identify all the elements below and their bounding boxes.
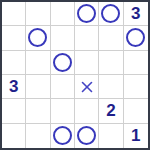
mine-circle-icon xyxy=(77,4,96,23)
cell-r2c2[interactable] xyxy=(26,26,50,50)
cell-r2c6[interactable] xyxy=(124,26,148,50)
cell-r5c2[interactable] xyxy=(26,99,50,123)
cell-r5c1[interactable] xyxy=(2,99,26,123)
cell-r4c2[interactable] xyxy=(26,75,50,99)
cell-r1c5[interactable] xyxy=(99,2,123,26)
mine-circle-icon xyxy=(101,4,120,23)
cell-r2c4[interactable] xyxy=(75,26,99,50)
cell-r4c6[interactable] xyxy=(124,75,148,99)
cell-r1c1[interactable] xyxy=(2,2,26,26)
cell-r6c5[interactable] xyxy=(99,124,123,148)
mine-circle-icon xyxy=(53,53,72,72)
cell-r1c3[interactable] xyxy=(51,2,75,26)
cell-r6c1[interactable] xyxy=(2,124,26,148)
cell-r6c3[interactable] xyxy=(51,124,75,148)
cell-r4c4[interactable] xyxy=(75,75,99,99)
mine-circle-icon xyxy=(28,28,47,47)
cell-r3c4[interactable] xyxy=(75,51,99,75)
clue-number: 2 xyxy=(106,102,115,119)
puzzle-board: 3321 xyxy=(0,0,150,150)
cell-r5c5[interactable]: 2 xyxy=(99,99,123,123)
cell-r1c4[interactable] xyxy=(75,2,99,26)
cell-r3c6[interactable] xyxy=(124,51,148,75)
cell-r1c2[interactable] xyxy=(26,2,50,26)
cell-r4c1[interactable]: 3 xyxy=(2,75,26,99)
cell-r3c3[interactable] xyxy=(51,51,75,75)
no-mine-cross-icon xyxy=(81,81,93,93)
cell-r2c5[interactable] xyxy=(99,26,123,50)
cell-r3c1[interactable] xyxy=(2,51,26,75)
cell-r5c6[interactable] xyxy=(124,99,148,123)
clue-number: 3 xyxy=(9,78,18,95)
cell-r4c3[interactable] xyxy=(51,75,75,99)
mine-circle-icon xyxy=(126,28,145,47)
cell-r2c3[interactable] xyxy=(51,26,75,50)
cell-r3c5[interactable] xyxy=(99,51,123,75)
cell-r5c4[interactable] xyxy=(75,99,99,123)
clue-number: 3 xyxy=(131,5,140,22)
cell-r6c2[interactable] xyxy=(26,124,50,148)
mine-circle-icon xyxy=(53,126,72,145)
mine-circle-icon xyxy=(77,126,96,145)
cell-r6c6[interactable]: 1 xyxy=(124,124,148,148)
cell-r1c6[interactable]: 3 xyxy=(124,2,148,26)
cell-r2c1[interactable] xyxy=(2,26,26,50)
cell-r5c3[interactable] xyxy=(51,99,75,123)
clue-number: 1 xyxy=(131,127,140,144)
cell-r3c2[interactable] xyxy=(26,51,50,75)
cell-r6c4[interactable] xyxy=(75,124,99,148)
cell-r4c5[interactable] xyxy=(99,75,123,99)
